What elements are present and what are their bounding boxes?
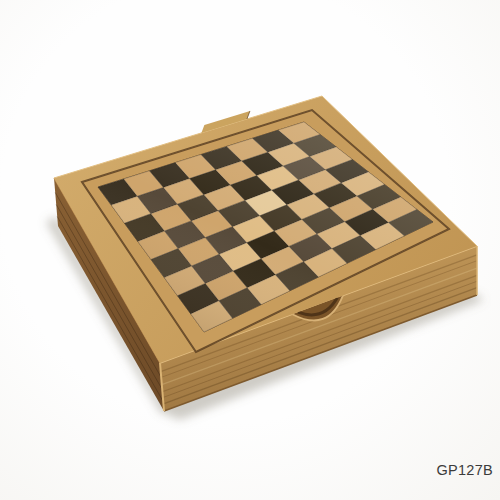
wooden-chess-box-photo <box>0 0 500 500</box>
product-photo-stage: GP127B <box>0 0 500 500</box>
product-code-label: GP127B <box>436 462 493 478</box>
